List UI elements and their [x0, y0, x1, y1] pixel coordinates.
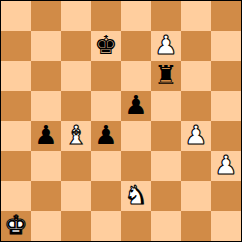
square-g1[interactable] [181, 211, 211, 241]
square-e5[interactable]: ♟ [121, 91, 151, 121]
square-f8[interactable] [151, 1, 181, 31]
square-d1[interactable] [91, 211, 121, 241]
square-e7[interactable] [121, 31, 151, 61]
square-g5[interactable] [181, 91, 211, 121]
square-d2[interactable] [91, 181, 121, 211]
white-pawn[interactable]: ♟ [184, 121, 207, 150]
square-h4[interactable] [211, 121, 241, 151]
white-pawn[interactable]: ♟ [214, 151, 237, 180]
square-c5[interactable] [61, 91, 91, 121]
square-e8[interactable] [121, 1, 151, 31]
square-a8[interactable] [1, 1, 31, 31]
square-g2[interactable] [181, 181, 211, 211]
square-f7[interactable]: ♟ [151, 31, 181, 61]
square-f5[interactable] [151, 91, 181, 121]
black-rook[interactable]: ♜ [154, 61, 177, 90]
square-c1[interactable] [61, 211, 91, 241]
square-a5[interactable] [1, 91, 31, 121]
square-b8[interactable] [31, 1, 61, 31]
square-h1[interactable] [211, 211, 241, 241]
square-h3[interactable]: ♟ [211, 151, 241, 181]
square-e1[interactable] [121, 211, 151, 241]
square-c3[interactable] [61, 151, 91, 181]
square-d6[interactable] [91, 61, 121, 91]
square-h7[interactable] [211, 31, 241, 61]
square-h2[interactable] [211, 181, 241, 211]
square-f3[interactable] [151, 151, 181, 181]
square-b5[interactable] [31, 91, 61, 121]
square-d8[interactable] [91, 1, 121, 31]
square-b6[interactable] [31, 61, 61, 91]
square-g4[interactable]: ♟ [181, 121, 211, 151]
square-g6[interactable] [181, 61, 211, 91]
black-pawn[interactable]: ♟ [34, 121, 57, 150]
square-g7[interactable] [181, 31, 211, 61]
square-g3[interactable] [181, 151, 211, 181]
square-h5[interactable] [211, 91, 241, 121]
square-g8[interactable] [181, 1, 211, 31]
square-d4[interactable]: ♟ [91, 121, 121, 151]
square-e2[interactable]: ♞ [121, 181, 151, 211]
square-c4[interactable]: ♝ [61, 121, 91, 151]
white-knight[interactable]: ♞ [124, 181, 147, 210]
square-h8[interactable] [211, 1, 241, 31]
square-d7[interactable]: ♚ [91, 31, 121, 61]
square-c2[interactable] [61, 181, 91, 211]
square-c8[interactable] [61, 1, 91, 31]
square-b4[interactable]: ♟ [31, 121, 61, 151]
square-b3[interactable] [31, 151, 61, 181]
square-b2[interactable] [31, 181, 61, 211]
square-f1[interactable] [151, 211, 181, 241]
square-a7[interactable] [1, 31, 31, 61]
square-c6[interactable] [61, 61, 91, 91]
square-h6[interactable] [211, 61, 241, 91]
square-b7[interactable] [31, 31, 61, 61]
square-f2[interactable] [151, 181, 181, 211]
white-king[interactable]: ♚ [4, 211, 27, 240]
square-d3[interactable] [91, 151, 121, 181]
square-f4[interactable] [151, 121, 181, 151]
square-a1[interactable]: ♚ [1, 211, 31, 241]
square-a4[interactable] [1, 121, 31, 151]
chess-board-frame: ♚♟♜♟♟♝♟♟♟♞♚ [0, 0, 242, 242]
white-pawn[interactable]: ♟ [154, 31, 177, 60]
black-king[interactable]: ♚ [94, 31, 117, 60]
square-b1[interactable] [31, 211, 61, 241]
black-pawn[interactable]: ♟ [124, 91, 147, 120]
square-a6[interactable] [1, 61, 31, 91]
square-d5[interactable] [91, 91, 121, 121]
square-c7[interactable] [61, 31, 91, 61]
square-a3[interactable] [1, 151, 31, 181]
white-bishop[interactable]: ♝ [64, 121, 87, 150]
square-e6[interactable] [121, 61, 151, 91]
square-a2[interactable] [1, 181, 31, 211]
black-pawn[interactable]: ♟ [94, 121, 117, 150]
square-e3[interactable] [121, 151, 151, 181]
square-f6[interactable]: ♜ [151, 61, 181, 91]
square-e4[interactable] [121, 121, 151, 151]
chess-board: ♚♟♜♟♟♝♟♟♟♞♚ [1, 1, 241, 241]
